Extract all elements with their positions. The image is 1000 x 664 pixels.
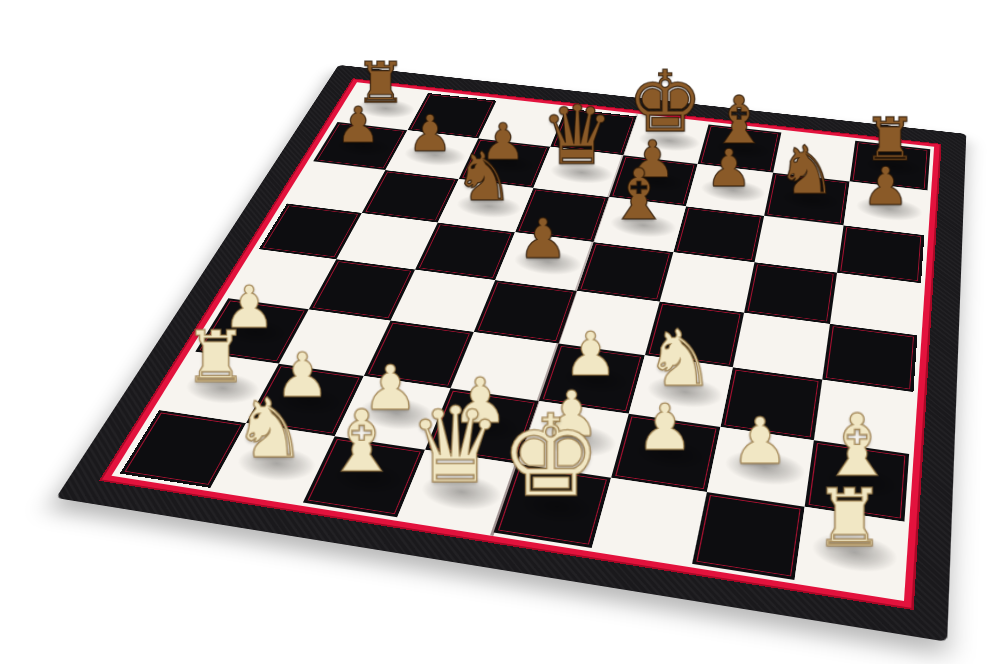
square-h4 [822, 324, 917, 392]
piece-black-pawn-f7: ♟ [706, 143, 752, 195]
piece-black-pawn-b7: ♟ [408, 109, 453, 159]
board-scene: ♜♚♝♜♟♟♟♛♟♟♞♟♞♝♟♟♟♞♜♟♟♟♟♟♟♝♞♝♛♚♜ [200, 0, 952, 664]
square-d4 [474, 280, 577, 343]
board-playing-field: ♜♚♝♜♟♟♟♛♟♟♞♟♞♝♟♟♟♞♜♟♟♟♟♟♟♝♞♝♛♚♜ [111, 82, 934, 601]
square-h6 [837, 225, 924, 283]
piece-white-knight-b1: ♞ [233, 387, 307, 469]
board-red-border: ♜♚♝♜♟♟♟♛♟♟♞♟♞♝♟♟♟♞♜♟♟♟♟♟♟♝♞♝♛♚♜ [99, 78, 942, 610]
piece-black-pawn-a7: ♟ [336, 101, 381, 151]
square-e6: ♝ [594, 197, 686, 252]
piece-black-knight-c6: ♞ [454, 143, 514, 210]
square-f7: ♟ [686, 164, 773, 216]
piece-white-rook-h1: ♜ [814, 479, 886, 559]
square-e1: ♚ [494, 464, 612, 548]
piece-white-pawn-e3: ♟ [564, 324, 618, 384]
board-black-mat: ♜♚♝♜♟♟♟♛♟♟♞♟♞♝♟♟♟♞♜♟♟♟♟♟♟♝♞♝♛♚♜ [56, 65, 966, 642]
piece-white-knight-f3: ♞ [645, 319, 715, 397]
piece-white-bishop-c1: ♝ [323, 398, 400, 483]
piece-black-pawn-d5: ♟ [518, 212, 567, 267]
piece-white-pawn-f2: ♟ [636, 396, 693, 460]
square-f5 [660, 252, 755, 313]
square-f2: ♟ [611, 414, 720, 492]
piece-black-queen-d7: ♛ [540, 95, 613, 177]
piece-white-pawn-g2: ♟ [731, 409, 789, 473]
square-e5 [577, 242, 674, 302]
product-photo-stage: ♜♚♝♜♟♟♟♛♟♟♞♟♞♝♟♟♟♞♜♟♟♟♟♟♟♝♞♝♛♚♜ [0, 0, 1000, 664]
square-g2: ♟ [707, 427, 814, 507]
square-f1 [592, 478, 707, 564]
piece-white-queen-d1: ♛ [408, 393, 502, 498]
piece-black-bishop-e6: ♝ [607, 159, 670, 229]
chess-board-grid: ♜♚♝♜♟♟♟♛♟♟♞♟♞♝♟♟♟♞♜♟♟♟♟♟♟♝♞♝♛♚♜ [120, 85, 930, 596]
square-d5: ♟ [495, 232, 593, 291]
square-f6 [673, 206, 764, 262]
folding-chess-board: ♜♚♝♜♟♟♟♛♟♟♞♟♞♝♟♟♟♞♜♟♟♟♟♟♟♝♞♝♛♚♜ [56, 65, 966, 642]
piece-white-king-e1: ♚ [500, 400, 601, 513]
piece-black-knight-g7: ♞ [777, 137, 837, 204]
piece-black-pawn-h7: ♟ [862, 160, 909, 213]
square-g1 [692, 492, 805, 580]
square-h1: ♜ [795, 507, 905, 597]
